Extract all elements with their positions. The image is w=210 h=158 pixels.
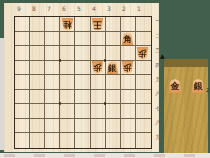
board-cell-5-2[interactable] bbox=[75, 32, 90, 47]
board-cell-4-9[interactable] bbox=[91, 133, 106, 148]
board-cell-1-5[interactable] bbox=[136, 75, 151, 90]
shogi-board: 987654321 一二三四五六七八九 桂王角歩歩銀歩 bbox=[4, 3, 159, 152]
board-cell-3-9[interactable] bbox=[106, 133, 121, 148]
board-cell-2-5[interactable] bbox=[121, 75, 136, 90]
board-cell-4-2[interactable] bbox=[91, 32, 106, 47]
board-cell-6-4[interactable] bbox=[60, 61, 75, 76]
piece-kanji: 桂 bbox=[63, 17, 72, 30]
board-cell-3-3[interactable] bbox=[106, 46, 121, 61]
board-cell-7-1[interactable] bbox=[45, 17, 60, 32]
board-cell-2-6[interactable] bbox=[121, 90, 136, 105]
board-cell-9-1[interactable] bbox=[15, 17, 30, 32]
board-cell-3-6[interactable] bbox=[106, 90, 121, 105]
board-grid: 桂王角歩歩銀歩 bbox=[14, 16, 152, 149]
board-cell-5-5[interactable] bbox=[75, 75, 90, 90]
board-cell-7-8[interactable] bbox=[45, 119, 60, 134]
board-cell-3-1[interactable] bbox=[106, 17, 121, 32]
board-cell-9-6[interactable] bbox=[15, 90, 30, 105]
board-cell-1-1[interactable] bbox=[136, 17, 151, 32]
board-cell-3-7[interactable] bbox=[106, 104, 121, 119]
board-cell-9-3[interactable] bbox=[15, 46, 30, 61]
page-bottom-band bbox=[0, 153, 210, 158]
board-cell-8-7[interactable] bbox=[30, 104, 45, 119]
board-cell-8-9[interactable] bbox=[30, 133, 45, 148]
board-cell-5-1[interactable] bbox=[75, 17, 90, 32]
piece-kanji: 金 bbox=[171, 79, 180, 93]
board-cell-5-6[interactable] bbox=[75, 90, 90, 105]
board-cell-9-4[interactable] bbox=[15, 61, 30, 76]
board-cell-8-5[interactable] bbox=[30, 75, 45, 90]
board-cell-1-8[interactable] bbox=[136, 119, 151, 134]
board-cell-7-4[interactable] bbox=[45, 61, 60, 76]
board-cell-2-8[interactable] bbox=[121, 119, 136, 134]
board-cell-9-7[interactable] bbox=[15, 104, 30, 119]
board-cell-5-7[interactable] bbox=[75, 104, 90, 119]
board-cell-6-5[interactable] bbox=[60, 75, 75, 90]
board-cell-1-9[interactable] bbox=[136, 133, 151, 148]
board-cell-7-5[interactable] bbox=[45, 75, 60, 90]
board-cell-8-6[interactable] bbox=[30, 90, 45, 105]
band-segment bbox=[94, 154, 105, 157]
board-cell-1-6[interactable] bbox=[136, 90, 151, 105]
rank-label-4: 四 bbox=[154, 62, 163, 69]
board-cell-3-5[interactable] bbox=[106, 75, 121, 90]
board-cell-6-2[interactable] bbox=[60, 32, 75, 47]
board-cell-1-4[interactable] bbox=[136, 61, 151, 76]
board-cell-5-8[interactable] bbox=[75, 119, 90, 134]
band-segment bbox=[154, 154, 165, 157]
file-label-4: 4 bbox=[87, 5, 102, 12]
piece-kanji: 歩 bbox=[93, 61, 102, 74]
rank-label-9: 九 bbox=[154, 134, 163, 141]
band-segment bbox=[64, 154, 75, 157]
board-cell-6-8[interactable] bbox=[60, 119, 75, 134]
rank-label-7: 七 bbox=[154, 105, 163, 112]
board-cell-2-7[interactable] bbox=[121, 104, 136, 119]
rank-label-1: 一 bbox=[154, 18, 163, 25]
rank-label-5: 五 bbox=[154, 76, 163, 83]
komadai-top-strip bbox=[164, 59, 208, 67]
piece-kanji: 角 bbox=[123, 33, 132, 46]
hand-pieces-row: 金銀2 bbox=[168, 79, 209, 93]
board-cell-5-9[interactable] bbox=[75, 133, 90, 148]
band-segment bbox=[34, 154, 45, 157]
piece-kanji: 王 bbox=[93, 17, 102, 30]
board-cell-5-4[interactable] bbox=[75, 61, 90, 76]
file-label-7: 7 bbox=[42, 5, 57, 12]
board-cell-7-7[interactable] bbox=[45, 104, 60, 119]
board-cell-6-6[interactable] bbox=[60, 90, 75, 105]
board-cell-6-7[interactable] bbox=[60, 104, 75, 119]
file-label-6: 6 bbox=[57, 5, 72, 12]
board-cell-8-2[interactable] bbox=[30, 32, 45, 47]
board-cell-2-1[interactable] bbox=[121, 17, 136, 32]
board-cell-5-3[interactable] bbox=[75, 46, 90, 61]
rank-label-6: 六 bbox=[154, 90, 163, 97]
file-label-1: 1 bbox=[132, 5, 147, 12]
board-cell-9-8[interactable] bbox=[15, 119, 30, 134]
file-label-3: 3 bbox=[102, 5, 117, 12]
band-segment bbox=[184, 154, 195, 157]
board-cell-8-4[interactable] bbox=[30, 61, 45, 76]
board-cell-2-9[interactable] bbox=[121, 133, 136, 148]
piece-kanji: 歩 bbox=[138, 46, 147, 59]
board-cell-9-9[interactable] bbox=[15, 133, 30, 148]
board-cell-9-5[interactable] bbox=[15, 75, 30, 90]
file-label-8: 8 bbox=[27, 5, 42, 12]
piece-kanji: 歩 bbox=[123, 61, 132, 74]
piece-kanji: 銀 bbox=[194, 79, 203, 93]
hand-slot: 金 bbox=[168, 79, 182, 93]
board-cell-4-8[interactable] bbox=[91, 119, 106, 134]
board-cell-6-3[interactable] bbox=[60, 46, 75, 61]
band-segment bbox=[124, 154, 135, 157]
board-cell-4-7[interactable] bbox=[91, 104, 106, 119]
board-cell-7-2[interactable] bbox=[45, 32, 60, 47]
board-cell-9-2[interactable] bbox=[15, 32, 30, 47]
hoshi-dot bbox=[59, 59, 62, 62]
board-cell-2-3[interactable] bbox=[121, 46, 136, 61]
board-cell-6-9[interactable] bbox=[60, 133, 75, 148]
band-segment bbox=[4, 154, 15, 157]
piece-kanji: 銀 bbox=[108, 62, 117, 75]
board-cell-7-9[interactable] bbox=[45, 133, 60, 148]
hand-slot: 銀2 bbox=[191, 79, 209, 93]
hand-piece-金[interactable]: 金 bbox=[168, 79, 182, 93]
board-cell-8-3[interactable] bbox=[30, 46, 45, 61]
komadai-piece-stand: 金銀2 bbox=[164, 59, 208, 153]
board-cell-7-3[interactable] bbox=[45, 46, 60, 61]
board-cell-3-8[interactable] bbox=[106, 119, 121, 134]
rank-label-8: 八 bbox=[154, 119, 163, 126]
hand-piece-銀[interactable]: 銀 bbox=[191, 79, 205, 93]
hand-piece-count: 2 bbox=[206, 87, 209, 93]
tsume-shogi-widget: 987654321 一二三四五六七八九 桂王角歩歩銀歩 ▲ 金銀2 bbox=[0, 0, 210, 158]
rank-label-2: 二 bbox=[154, 33, 163, 40]
board-cell-1-2[interactable] bbox=[136, 32, 151, 47]
board-cell-8-1[interactable] bbox=[30, 17, 45, 32]
board-cell-4-5[interactable] bbox=[91, 75, 106, 90]
file-label-5: 5 bbox=[72, 5, 87, 12]
file-label-2: 2 bbox=[117, 5, 132, 12]
board-cell-1-7[interactable] bbox=[136, 104, 151, 119]
board-cell-3-2[interactable] bbox=[106, 32, 121, 47]
board-cell-8-8[interactable] bbox=[30, 119, 45, 134]
hoshi-dot bbox=[104, 59, 107, 62]
file-label-9: 9 bbox=[12, 5, 27, 12]
